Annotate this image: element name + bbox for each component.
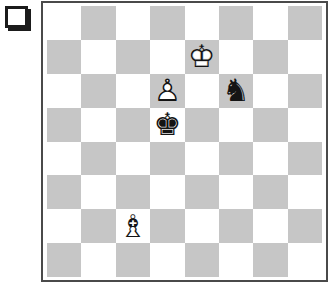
square-g1[interactable] (253, 243, 287, 277)
square-a5[interactable] (47, 108, 81, 142)
white-bishop-piece: ♝♗ (116, 209, 150, 243)
square-e5[interactable] (185, 108, 219, 142)
square-f5[interactable] (219, 108, 253, 142)
square-a3[interactable] (47, 175, 81, 209)
square-h2[interactable] (288, 209, 322, 243)
square-h1[interactable] (288, 243, 322, 277)
square-e8[interactable] (185, 6, 219, 40)
square-f1[interactable] (219, 243, 253, 277)
white-pawn-piece: ♟♙ (150, 74, 184, 108)
square-d6[interactable]: ♟♙ (150, 74, 184, 108)
square-g5[interactable] (253, 108, 287, 142)
square-a8[interactable] (47, 6, 81, 40)
square-h7[interactable] (288, 40, 322, 74)
square-b6[interactable] (81, 74, 115, 108)
square-g3[interactable] (253, 175, 287, 209)
square-d4[interactable] (150, 142, 184, 176)
square-d1[interactable] (150, 243, 184, 277)
square-c1[interactable] (116, 243, 150, 277)
chess-board: ♚♔♟♙♞♚♝♗ (41, 1, 328, 282)
square-e7[interactable]: ♚♔ (185, 40, 219, 74)
square-e4[interactable] (185, 142, 219, 176)
black-king-piece: ♚ (150, 108, 184, 142)
square-a1[interactable] (47, 243, 81, 277)
square-h8[interactable] (288, 6, 322, 40)
square-f8[interactable] (219, 6, 253, 40)
square-g6[interactable] (253, 74, 287, 108)
square-a4[interactable] (47, 142, 81, 176)
square-d2[interactable] (150, 209, 184, 243)
square-f3[interactable] (219, 175, 253, 209)
square-h5[interactable] (288, 108, 322, 142)
square-d5[interactable]: ♚ (150, 108, 184, 142)
white-to-move-icon (5, 6, 28, 28)
square-b8[interactable] (81, 6, 115, 40)
square-g2[interactable] (253, 209, 287, 243)
square-c8[interactable] (116, 6, 150, 40)
square-c5[interactable] (116, 108, 150, 142)
square-c4[interactable] (116, 142, 150, 176)
square-e1[interactable] (185, 243, 219, 277)
square-c7[interactable] (116, 40, 150, 74)
square-e3[interactable] (185, 175, 219, 209)
square-h6[interactable] (288, 74, 322, 108)
square-b3[interactable] (81, 175, 115, 209)
square-c6[interactable] (116, 74, 150, 108)
square-f6[interactable]: ♞ (219, 74, 253, 108)
square-b2[interactable] (81, 209, 115, 243)
square-b1[interactable] (81, 243, 115, 277)
square-e2[interactable] (185, 209, 219, 243)
square-a7[interactable] (47, 40, 81, 74)
chess-diagram-page: { "game": "chess", "position": "8/4K3/3P… (0, 0, 329, 285)
square-h4[interactable] (288, 142, 322, 176)
square-d3[interactable] (150, 175, 184, 209)
white-king-piece: ♚♔ (185, 40, 219, 74)
square-e6[interactable] (185, 74, 219, 108)
square-b7[interactable] (81, 40, 115, 74)
square-d7[interactable] (150, 40, 184, 74)
black-knight-piece: ♞ (219, 74, 253, 108)
square-f7[interactable] (219, 40, 253, 74)
square-a6[interactable] (47, 74, 81, 108)
square-d8[interactable] (150, 6, 184, 40)
square-h3[interactable] (288, 175, 322, 209)
square-b5[interactable] (81, 108, 115, 142)
square-g7[interactable] (253, 40, 287, 74)
square-g8[interactable] (253, 6, 287, 40)
square-b4[interactable] (81, 142, 115, 176)
square-f4[interactable] (219, 142, 253, 176)
square-c3[interactable] (116, 175, 150, 209)
square-f2[interactable] (219, 209, 253, 243)
square-g4[interactable] (253, 142, 287, 176)
square-c2[interactable]: ♝♗ (116, 209, 150, 243)
square-a2[interactable] (47, 209, 81, 243)
